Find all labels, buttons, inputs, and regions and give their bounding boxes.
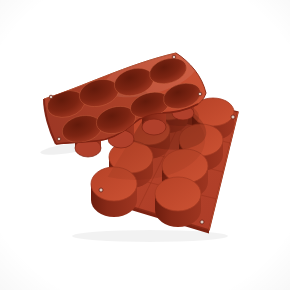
- corner-hole: [172, 55, 176, 59]
- cylinder-top: [155, 177, 201, 211]
- bump-bottom: [142, 119, 166, 135]
- mould-cylinder: [155, 177, 201, 227]
- corner-hole: [57, 137, 61, 141]
- corner-hole: [231, 115, 235, 119]
- corner-hole: [198, 92, 202, 96]
- corner-hole: [99, 188, 103, 192]
- corner-hole: [200, 220, 204, 224]
- mould-scene: [0, 0, 290, 290]
- corner-hole: [49, 95, 53, 99]
- product-photo: [0, 0, 290, 290]
